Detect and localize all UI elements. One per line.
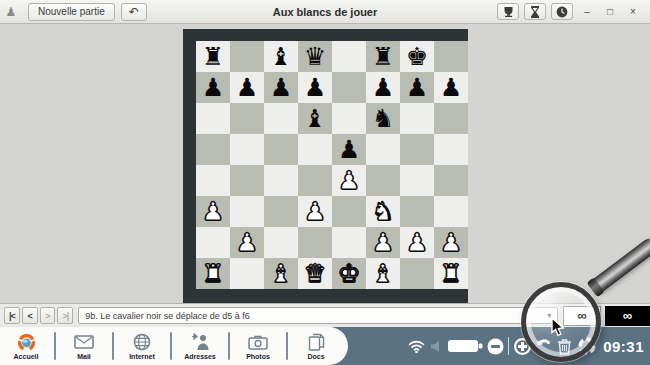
hourglass-button[interactable] <box>524 3 546 20</box>
battery-icon[interactable] <box>445 338 485 354</box>
square-d4[interactable] <box>298 165 332 196</box>
square-a2[interactable] <box>196 227 230 258</box>
envelope-icon <box>74 333 94 352</box>
launcher-label: Photos <box>246 353 270 360</box>
network-globe-icon[interactable] <box>575 337 599 355</box>
square-e3[interactable] <box>332 196 366 227</box>
square-e7[interactable] <box>332 72 366 103</box>
square-c7[interactable]: ♟ <box>264 72 298 103</box>
square-e1[interactable]: ♚ <box>332 258 366 289</box>
square-h1[interactable]: ♜ <box>434 258 468 289</box>
black-knight[interactable]: ♞ <box>372 103 394 134</box>
white-pawn[interactable]: ♟ <box>236 227 258 258</box>
zoom-out-icon[interactable] <box>485 338 505 355</box>
square-a8[interactable]: ♜ <box>196 41 230 72</box>
launcher-label: Adresses <box>184 353 216 360</box>
launcher-divider <box>112 332 114 360</box>
black-pawn[interactable]: ♟ <box>202 72 224 103</box>
undo-arrow-icon[interactable] <box>532 339 553 354</box>
contacts-person-icon <box>191 333 210 352</box>
square-c1[interactable]: ♝ <box>264 258 298 289</box>
taskbar: Accueil Mail Internet Adresses <box>0 327 650 365</box>
trophy-icon <box>503 6 514 18</box>
minimize-button[interactable]: – <box>578 3 596 20</box>
square-c3[interactable] <box>264 196 298 227</box>
black-rook[interactable]: ♜ <box>202 41 224 72</box>
square-c2[interactable] <box>264 227 298 258</box>
square-h3[interactable] <box>434 196 468 227</box>
square-d1[interactable]: ♛ <box>298 258 332 289</box>
square-c6[interactable] <box>264 103 298 134</box>
square-b7[interactable]: ♟ <box>230 72 264 103</box>
square-b6[interactable] <box>230 103 264 134</box>
white-pawn[interactable]: ♟ <box>440 227 462 258</box>
camera-icon <box>248 333 268 352</box>
move-navigation-bar: |< < > >| 9b. Le cavalier noir se déplac… <box>0 303 650 327</box>
chess-board-frame: ♜♝♛♜♚♟♟♟♟♟♟♟♝♞♟♟♟♟♞♟♟♟♟♜♝♛♚♝♜ <box>183 29 468 305</box>
square-g8[interactable]: ♚ <box>400 41 434 72</box>
white-pawn[interactable]: ♟ <box>338 165 360 196</box>
previous-move-button[interactable]: < <box>22 307 38 324</box>
white-clock: ∞ <box>563 306 600 326</box>
square-f1[interactable]: ♝ <box>366 258 400 289</box>
black-clock: ∞ <box>605 306 650 326</box>
white-knight[interactable]: ♞ <box>372 196 394 227</box>
launcher-label: Docs <box>307 353 324 360</box>
first-move-button[interactable]: |< <box>4 307 20 324</box>
square-d8[interactable]: ♛ <box>298 41 332 72</box>
white-pawn[interactable]: ♟ <box>202 196 224 227</box>
close-button[interactable]: × <box>624 3 642 20</box>
launcher-item-accueil[interactable]: Accueil <box>0 329 52 363</box>
black-king[interactable]: ♚ <box>406 41 428 72</box>
hourglass-icon <box>530 6 540 18</box>
square-b1[interactable] <box>230 258 264 289</box>
square-a5[interactable] <box>196 134 230 165</box>
black-pawn[interactable]: ♟ <box>270 72 292 103</box>
square-d6[interactable]: ♝ <box>298 103 332 134</box>
chevron-down-icon[interactable]: ▾ <box>541 311 557 320</box>
chess-board[interactable]: ♜♝♛♜♚♟♟♟♟♟♟♟♝♞♟♟♟♟♞♟♟♟♟♜♝♛♚♝♜ <box>196 41 468 289</box>
launcher-divider <box>286 332 288 360</box>
tray-clock: 09:31 <box>603 338 644 355</box>
square-d7[interactable]: ♟ <box>298 72 332 103</box>
square-c4[interactable] <box>264 165 298 196</box>
black-pawn[interactable]: ♟ <box>338 134 360 165</box>
black-bishop[interactable]: ♝ <box>270 41 292 72</box>
black-pawn[interactable]: ♟ <box>372 72 394 103</box>
documents-icon <box>308 333 325 352</box>
black-queen[interactable]: ♛ <box>304 41 326 72</box>
square-f5[interactable] <box>366 134 400 165</box>
square-h4[interactable] <box>434 165 468 196</box>
white-king[interactable]: ♚ <box>338 258 360 289</box>
zoom-in-icon[interactable] <box>512 338 532 355</box>
white-pawn[interactable]: ♟ <box>372 227 394 258</box>
square-g7[interactable]: ♟ <box>400 72 434 103</box>
square-f7[interactable]: ♟ <box>366 72 400 103</box>
square-a7[interactable]: ♟ <box>196 72 230 103</box>
launcher-item-photos[interactable]: Photos <box>232 329 284 363</box>
square-b4[interactable] <box>230 165 264 196</box>
home-logo-icon <box>17 333 36 352</box>
launcher-item-adresses[interactable]: Adresses <box>174 329 226 363</box>
white-pawn[interactable]: ♟ <box>406 227 428 258</box>
square-h7[interactable]: ♟ <box>434 72 468 103</box>
square-a1[interactable]: ♜ <box>196 258 230 289</box>
trash-icon[interactable] <box>553 338 575 355</box>
clock-button[interactable] <box>551 3 573 20</box>
square-e6[interactable] <box>332 103 366 134</box>
square-d3[interactable]: ♟ <box>298 196 332 227</box>
move-description: 9b. Le cavalier noir se déplace de d5 à … <box>79 311 541 321</box>
launcher-label: Mail <box>77 353 91 360</box>
wifi-icon[interactable] <box>405 340 427 353</box>
square-h2[interactable]: ♟ <box>434 227 468 258</box>
white-bishop[interactable]: ♝ <box>270 258 292 289</box>
square-b2[interactable]: ♟ <box>230 227 264 258</box>
magnifier-handle <box>587 235 650 296</box>
launcher-panel: Accueil Mail Internet Adresses <box>0 327 348 365</box>
launcher-divider <box>54 332 56 360</box>
move-history-combobox[interactable]: 9b. Le cavalier noir se déplace de d5 à … <box>78 307 558 324</box>
square-a3[interactable]: ♟ <box>196 196 230 227</box>
square-b8[interactable] <box>230 41 264 72</box>
square-e5[interactable]: ♟ <box>332 134 366 165</box>
volume-muted-icon[interactable] <box>427 340 445 353</box>
titlebar: ♟ Nouvelle partie ↶ Aux blancs de jouer … <box>0 0 650 24</box>
launcher-divider <box>228 332 230 360</box>
square-h5[interactable] <box>434 134 468 165</box>
square-e4[interactable]: ♟ <box>332 165 366 196</box>
tray-divider <box>508 337 509 355</box>
launcher-divider <box>170 332 172 360</box>
square-c8[interactable]: ♝ <box>264 41 298 72</box>
white-queen[interactable]: ♛ <box>304 258 326 289</box>
square-e2[interactable] <box>332 227 366 258</box>
square-h6[interactable] <box>434 103 468 134</box>
square-g2[interactable]: ♟ <box>400 227 434 258</box>
white-bishop[interactable]: ♝ <box>372 258 394 289</box>
white-rook[interactable]: ♜ <box>440 258 462 289</box>
black-bishop[interactable]: ♝ <box>304 103 326 134</box>
square-c5[interactable] <box>264 134 298 165</box>
square-g6[interactable] <box>400 103 434 134</box>
square-f8[interactable]: ♜ <box>366 41 400 72</box>
square-b5[interactable] <box>230 134 264 165</box>
white-rook[interactable]: ♜ <box>202 258 224 289</box>
square-f4[interactable] <box>366 165 400 196</box>
new-game-button[interactable]: Nouvelle partie <box>28 3 115 21</box>
launcher-item-mail[interactable]: Mail <box>58 329 110 363</box>
square-a6[interactable] <box>196 103 230 134</box>
square-d5[interactable] <box>298 134 332 165</box>
white-pawn[interactable]: ♟ <box>304 196 326 227</box>
launcher-item-docs[interactable]: Docs <box>290 329 342 363</box>
square-f6[interactable]: ♞ <box>366 103 400 134</box>
app-pawn-icon: ♟ <box>4 5 18 19</box>
maximize-button[interactable]: □ <box>601 3 619 20</box>
launcher-item-internet[interactable]: Internet <box>116 329 168 363</box>
black-pawn[interactable]: ♟ <box>406 72 428 103</box>
system-tray: 09:31 <box>405 327 650 365</box>
launcher-label: Internet <box>129 353 155 360</box>
black-rook[interactable]: ♜ <box>372 41 394 72</box>
square-a4[interactable] <box>196 165 230 196</box>
square-g5[interactable] <box>400 134 434 165</box>
globe-icon <box>133 333 151 352</box>
square-g3[interactable] <box>400 196 434 227</box>
undo-move-button[interactable]: ↶ <box>121 3 147 21</box>
black-pawn[interactable]: ♟ <box>440 72 462 103</box>
black-pawn[interactable]: ♟ <box>304 72 326 103</box>
launcher-label: Accueil <box>14 353 39 360</box>
square-g4[interactable] <box>400 165 434 196</box>
square-g1[interactable] <box>400 258 434 289</box>
square-f3[interactable]: ♞ <box>366 196 400 227</box>
trophy-button[interactable] <box>497 3 519 20</box>
square-b3[interactable] <box>230 196 264 227</box>
clock-icon <box>556 6 568 18</box>
square-d2[interactable] <box>298 227 332 258</box>
square-f2[interactable]: ♟ <box>366 227 400 258</box>
square-h8[interactable] <box>434 41 468 72</box>
last-move-button[interactable]: >| <box>57 307 73 324</box>
next-move-button[interactable]: > <box>40 307 56 324</box>
black-pawn[interactable]: ♟ <box>236 72 258 103</box>
square-e8[interactable] <box>332 41 366 72</box>
